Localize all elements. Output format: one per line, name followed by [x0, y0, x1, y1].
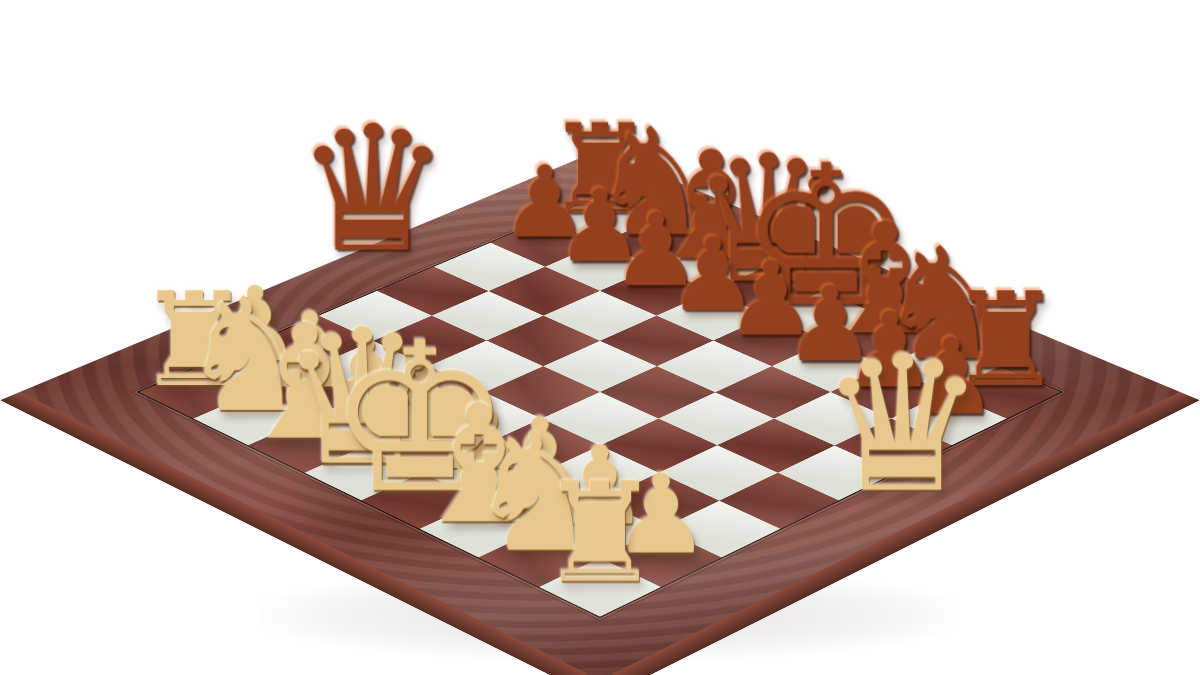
spare-black-queen[interactable]: ♛ [295, 102, 451, 276]
chess-product-photo: ♜♞♝♛♚♝♞♜♟♟♟♟♟♟♟♟♟♟♟♟♟♟♟♟♜♞♝♛♚♝♞♜♛♛ [0, 0, 1200, 675]
chess-board-3d: ♜♞♝♛♚♝♞♜♟♟♟♟♟♟♟♟♟♟♟♟♟♟♟♟♜♞♝♛♚♝♞♜♛♛ [20, 150, 1180, 675]
white-rook[interactable]: ♜ [538, 464, 662, 602]
spare-white-queen[interactable]: ♛ [818, 330, 987, 518]
